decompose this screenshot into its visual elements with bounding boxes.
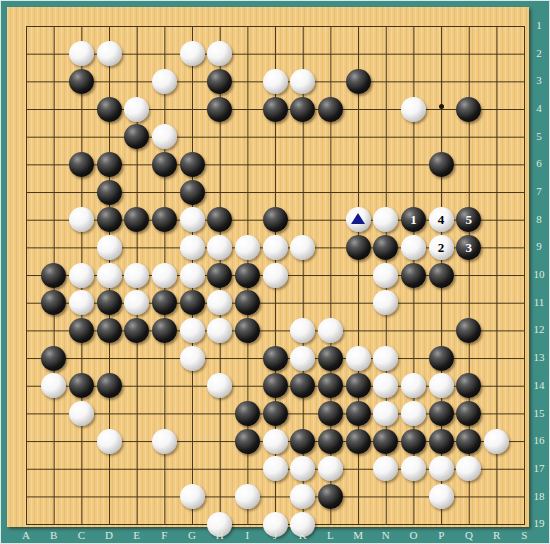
row-label-7: 7 — [529, 186, 549, 197]
stones-grid: 14523 — [12, 12, 538, 538]
white-stone-C8[interactable] — [69, 207, 94, 232]
black-stone-D8[interactable] — [97, 207, 122, 232]
white-stone-N10[interactable] — [373, 263, 398, 288]
black-stone-G11[interactable] — [180, 290, 205, 315]
white-stone-F3[interactable] — [152, 69, 177, 94]
column-label-N: N — [376, 530, 396, 541]
black-stone-M15[interactable] — [346, 401, 371, 426]
white-stone-G9[interactable] — [180, 235, 205, 260]
white-stone-P8[interactable]: 4 — [429, 207, 454, 232]
white-stone-G13[interactable] — [180, 346, 205, 371]
black-stone-I12[interactable] — [235, 318, 260, 343]
white-stone-B14[interactable] — [41, 373, 66, 398]
black-stone-M9[interactable] — [346, 235, 371, 260]
black-stone-O8[interactable]: 1 — [401, 207, 426, 232]
move-number-label: 4 — [438, 213, 445, 226]
black-stone-C3[interactable] — [69, 69, 94, 94]
row-label-8: 8 — [529, 214, 549, 225]
black-stone-E5[interactable] — [124, 124, 149, 149]
black-stone-D7[interactable] — [97, 180, 122, 205]
black-stone-P13[interactable] — [429, 346, 454, 371]
row-label-16: 16 — [529, 435, 549, 446]
white-stone-K3[interactable] — [290, 69, 315, 94]
black-stone-Q14[interactable] — [456, 373, 481, 398]
white-stone-E10[interactable] — [124, 263, 149, 288]
black-stone-P10[interactable] — [429, 263, 454, 288]
white-stone-K13[interactable] — [290, 346, 315, 371]
column-label-J: J — [265, 530, 285, 541]
white-stone-P9[interactable]: 2 — [429, 235, 454, 260]
black-stone-M16[interactable] — [346, 429, 371, 454]
black-stone-C12[interactable] — [69, 318, 94, 343]
black-stone-L4[interactable] — [318, 97, 343, 122]
row-label-19: 19 — [529, 518, 549, 529]
black-stone-H8[interactable] — [207, 207, 232, 232]
white-stone-H11[interactable] — [207, 290, 232, 315]
white-stone-Q17[interactable] — [456, 456, 481, 481]
column-label-B: B — [44, 530, 64, 541]
white-stone-E11[interactable] — [124, 290, 149, 315]
black-stone-Q4[interactable] — [456, 97, 481, 122]
black-stone-K16[interactable] — [290, 429, 315, 454]
row-label-9: 9 — [529, 241, 549, 252]
column-label-I: I — [237, 530, 257, 541]
white-stone-G8[interactable] — [180, 207, 205, 232]
black-stone-C6[interactable] — [69, 152, 94, 177]
column-label-F: F — [154, 530, 174, 541]
black-stone-E12[interactable] — [124, 318, 149, 343]
white-stone-N8[interactable] — [373, 207, 398, 232]
black-stone-G6[interactable] — [180, 152, 205, 177]
move-number-label: 1 — [410, 213, 417, 226]
column-label-E: E — [127, 530, 147, 541]
black-stone-J14[interactable] — [263, 373, 288, 398]
column-label-D: D — [99, 530, 119, 541]
row-label-13: 13 — [529, 352, 549, 363]
black-stone-J15[interactable] — [263, 401, 288, 426]
black-stone-Q12[interactable] — [456, 318, 481, 343]
white-stone-N15[interactable] — [373, 401, 398, 426]
move-number-label: 2 — [438, 240, 445, 253]
white-stone-O15[interactable] — [401, 401, 426, 426]
move-number-label: 3 — [466, 240, 473, 253]
white-stone-O17[interactable] — [401, 456, 426, 481]
black-stone-F12[interactable] — [152, 318, 177, 343]
black-stone-K14[interactable] — [290, 373, 315, 398]
black-stone-B10[interactable] — [41, 263, 66, 288]
black-stone-J4[interactable] — [263, 97, 288, 122]
white-stone-O14[interactable] — [401, 373, 426, 398]
column-label-O: O — [404, 530, 424, 541]
white-stone-L12[interactable] — [318, 318, 343, 343]
white-stone-P14[interactable] — [429, 373, 454, 398]
white-stone-G2[interactable] — [180, 41, 205, 66]
black-stone-L13[interactable] — [318, 346, 343, 371]
white-stone-O9[interactable] — [401, 235, 426, 260]
black-stone-I11[interactable] — [235, 290, 260, 315]
black-stone-I16[interactable] — [235, 429, 260, 454]
row-label-10: 10 — [529, 269, 549, 280]
move-number-label: 5 — [466, 213, 473, 226]
black-stone-N9[interactable] — [373, 235, 398, 260]
go-board-window: 14523 ABCDEFGHIJKLMNOPQRS 12345678910111… — [0, 0, 550, 544]
white-stone-J3[interactable] — [263, 69, 288, 94]
column-label-S: S — [514, 530, 534, 541]
black-stone-Q16[interactable] — [456, 429, 481, 454]
white-stone-D2[interactable] — [97, 41, 122, 66]
black-stone-O10[interactable] — [401, 263, 426, 288]
white-stone-N13[interactable] — [373, 346, 398, 371]
black-stone-F11[interactable] — [152, 290, 177, 315]
white-stone-I18[interactable] — [235, 484, 260, 509]
black-stone-P6[interactable] — [429, 152, 454, 177]
black-stone-I10[interactable] — [235, 263, 260, 288]
white-stone-N11[interactable] — [373, 290, 398, 315]
black-stone-Q8[interactable]: 5 — [456, 207, 481, 232]
white-stone-C11[interactable] — [69, 290, 94, 315]
white-stone-F16[interactable] — [152, 429, 177, 454]
white-stone-P18[interactable] — [429, 484, 454, 509]
black-stone-B13[interactable] — [41, 346, 66, 371]
white-stone-I9[interactable] — [235, 235, 260, 260]
column-label-H: H — [210, 530, 230, 541]
column-label-R: R — [487, 530, 507, 541]
column-label-A: A — [16, 530, 36, 541]
row-label-14: 14 — [529, 380, 549, 391]
black-stone-G7[interactable] — [180, 180, 205, 205]
white-stone-K9[interactable] — [290, 235, 315, 260]
row-label-17: 17 — [529, 463, 549, 474]
white-stone-C15[interactable] — [69, 401, 94, 426]
white-stone-F5[interactable] — [152, 124, 177, 149]
white-stone-N14[interactable] — [373, 373, 398, 398]
white-stone-G10[interactable] — [180, 263, 205, 288]
black-stone-Q9[interactable]: 3 — [456, 235, 481, 260]
black-stone-H3[interactable] — [207, 69, 232, 94]
white-stone-C10[interactable] — [69, 263, 94, 288]
black-stone-J13[interactable] — [263, 346, 288, 371]
row-label-15: 15 — [529, 408, 549, 419]
row-label-5: 5 — [529, 131, 549, 142]
column-label-K: K — [293, 530, 313, 541]
white-stone-G18[interactable] — [180, 484, 205, 509]
black-stone-D11[interactable] — [97, 290, 122, 315]
column-label-M: M — [348, 530, 368, 541]
black-stone-D12[interactable] — [97, 318, 122, 343]
row-label-12: 12 — [529, 324, 549, 335]
row-label-2: 2 — [529, 48, 549, 59]
black-stone-I15[interactable] — [235, 401, 260, 426]
row-label-11: 11 — [529, 297, 549, 308]
black-stone-L15[interactable] — [318, 401, 343, 426]
white-stone-C2[interactable] — [69, 41, 94, 66]
column-label-C: C — [71, 530, 91, 541]
row-label-3: 3 — [529, 75, 549, 86]
column-label-P: P — [431, 530, 451, 541]
white-stone-L17[interactable] — [318, 456, 343, 481]
triangle-marker-icon — [351, 213, 365, 224]
white-stone-D16[interactable] — [97, 429, 122, 454]
white-stone-H12[interactable] — [207, 318, 232, 343]
column-label-L: L — [320, 530, 340, 541]
white-stone-M13[interactable] — [346, 346, 371, 371]
black-stone-D6[interactable] — [97, 152, 122, 177]
column-label-Q: Q — [459, 530, 479, 541]
white-stone-J16[interactable] — [263, 429, 288, 454]
black-stone-L18[interactable] — [318, 484, 343, 509]
row-label-6: 6 — [529, 158, 549, 169]
black-stone-D4[interactable] — [97, 97, 122, 122]
black-stone-Q15[interactable] — [456, 401, 481, 426]
black-stone-K4[interactable] — [290, 97, 315, 122]
black-stone-L14[interactable] — [318, 373, 343, 398]
white-stone-K12[interactable] — [290, 318, 315, 343]
white-stone-H14[interactable] — [207, 373, 232, 398]
row-label-18: 18 — [529, 491, 549, 502]
black-stone-O16[interactable] — [401, 429, 426, 454]
white-stone-H2[interactable] — [207, 41, 232, 66]
white-stone-K17[interactable] — [290, 456, 315, 481]
row-label-4: 4 — [529, 103, 549, 114]
white-stone-M8[interactable] — [346, 207, 371, 232]
white-stone-O4[interactable] — [401, 97, 426, 122]
white-stone-P17[interactable] — [429, 456, 454, 481]
black-stone-E8[interactable] — [124, 207, 149, 232]
white-stone-D9[interactable] — [97, 235, 122, 260]
row-label-1: 1 — [529, 20, 549, 31]
white-stone-H9[interactable] — [207, 235, 232, 260]
white-stone-G12[interactable] — [180, 318, 205, 343]
column-label-G: G — [182, 530, 202, 541]
white-stone-D10[interactable] — [97, 263, 122, 288]
white-stone-E4[interactable] — [124, 97, 149, 122]
white-stone-R16[interactable] — [484, 429, 509, 454]
black-stone-M14[interactable] — [346, 373, 371, 398]
black-stone-J8[interactable] — [263, 207, 288, 232]
white-stone-N17[interactable] — [373, 456, 398, 481]
black-stone-C14[interactable] — [69, 373, 94, 398]
black-stone-N16[interactable] — [373, 429, 398, 454]
black-stone-P16[interactable] — [429, 429, 454, 454]
white-stone-J17[interactable] — [263, 456, 288, 481]
black-stone-B11[interactable] — [41, 290, 66, 315]
black-stone-H10[interactable] — [207, 263, 232, 288]
black-stone-P15[interactable] — [429, 401, 454, 426]
white-stone-F10[interactable] — [152, 263, 177, 288]
go-board[interactable]: 14523 — [7, 7, 529, 527]
black-stone-L16[interactable] — [318, 429, 343, 454]
black-stone-H4[interactable] — [207, 97, 232, 122]
black-stone-F8[interactable] — [152, 207, 177, 232]
black-stone-F6[interactable] — [152, 152, 177, 177]
white-stone-J10[interactable] — [263, 263, 288, 288]
white-stone-K18[interactable] — [290, 484, 315, 509]
white-stone-J9[interactable] — [263, 235, 288, 260]
black-stone-D14[interactable] — [97, 373, 122, 398]
black-stone-M3[interactable] — [346, 69, 371, 94]
